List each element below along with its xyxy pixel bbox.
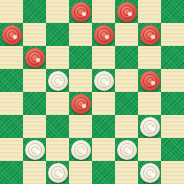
square-4[interactable] (161, 0, 184, 23)
red-piece[interactable]: ⛂ (71, 94, 91, 114)
square-r4c6 (138, 92, 161, 115)
piece-highlight (36, 150, 40, 154)
piece-highlight (151, 127, 155, 131)
piece-highlight (36, 58, 40, 62)
square-30[interactable]: ⛀ (46, 161, 69, 184)
red-piece[interactable]: ⛂ (140, 71, 160, 91)
square-r5c5 (115, 115, 138, 138)
piece-highlight (82, 104, 86, 108)
square-r0c0 (0, 0, 23, 23)
square-29[interactable] (0, 161, 23, 184)
piece-highlight (82, 12, 86, 16)
red-piece[interactable]: ⛂ (117, 2, 137, 22)
red-man-glyph: ⛂ (71, 94, 91, 114)
piece-highlight (128, 150, 132, 154)
checkers-board: ⛂⛂⛂⛂⛂⛂⛀⛀⛂⛂⛀⛀⛀⛀⛀⛀ (0, 0, 184, 184)
square-14[interactable]: ⛀ (46, 69, 69, 92)
square-r3c1 (23, 69, 46, 92)
square-r7c7 (161, 161, 184, 184)
square-7[interactable]: ⛂ (92, 23, 115, 46)
square-r0c4 (92, 0, 115, 23)
red-man-glyph: ⛂ (94, 25, 114, 45)
square-1[interactable] (23, 0, 46, 23)
white-piece[interactable]: ⛀ (48, 71, 68, 91)
white-man-glyph: ⛀ (117, 140, 137, 160)
white-piece[interactable]: ⛀ (94, 71, 114, 91)
square-r0c2 (46, 0, 69, 23)
white-man-glyph: ⛀ (140, 163, 160, 183)
square-r6c4 (92, 138, 115, 161)
red-man-glyph: ⛂ (140, 25, 160, 45)
square-r4c4 (92, 92, 115, 115)
square-r2c2 (46, 46, 69, 69)
red-man-glyph: ⛂ (71, 2, 91, 22)
red-piece[interactable]: ⛂ (140, 25, 160, 45)
piece-highlight (13, 35, 17, 39)
square-r7c3 (69, 161, 92, 184)
square-r5c7 (161, 115, 184, 138)
square-12[interactable] (161, 46, 184, 69)
square-r5c3 (69, 115, 92, 138)
square-8[interactable]: ⛂ (138, 23, 161, 46)
square-24[interactable]: ⛀ (138, 115, 161, 138)
square-r7c1 (23, 161, 46, 184)
square-21[interactable] (0, 115, 23, 138)
square-16[interactable]: ⛂ (138, 69, 161, 92)
square-15[interactable]: ⛀ (92, 69, 115, 92)
red-piece[interactable]: ⛂ (71, 2, 91, 22)
white-piece[interactable]: ⛀ (25, 140, 45, 160)
white-piece[interactable]: ⛀ (140, 117, 160, 137)
square-r1c7 (161, 23, 184, 46)
white-man-glyph: ⛀ (94, 71, 114, 91)
square-20[interactable] (161, 92, 184, 115)
square-r2c0 (0, 46, 23, 69)
piece-highlight (82, 150, 86, 154)
square-r3c5 (115, 69, 138, 92)
square-22[interactable] (46, 115, 69, 138)
square-5[interactable]: ⛂ (0, 23, 23, 46)
square-26[interactable]: ⛀ (69, 138, 92, 161)
piece-highlight (151, 35, 155, 39)
red-piece[interactable]: ⛂ (94, 25, 114, 45)
square-2[interactable]: ⛂ (69, 0, 92, 23)
red-man-glyph: ⛂ (140, 71, 160, 91)
white-man-glyph: ⛀ (140, 117, 160, 137)
square-23[interactable] (92, 115, 115, 138)
square-18[interactable]: ⛂ (69, 92, 92, 115)
red-man-glyph: ⛂ (25, 48, 45, 68)
red-piece[interactable]: ⛂ (25, 48, 45, 68)
square-31[interactable] (92, 161, 115, 184)
square-r2c4 (92, 46, 115, 69)
square-10[interactable] (69, 46, 92, 69)
square-19[interactable] (115, 92, 138, 115)
red-piece[interactable]: ⛂ (2, 25, 22, 45)
square-r1c1 (23, 23, 46, 46)
square-r4c0 (0, 92, 23, 115)
red-man-glyph: ⛂ (2, 25, 22, 45)
square-13[interactable] (0, 69, 23, 92)
piece-highlight (105, 81, 109, 85)
square-r1c3 (69, 23, 92, 46)
piece-highlight (151, 81, 155, 85)
white-man-glyph: ⛀ (25, 140, 45, 160)
square-r3c7 (161, 69, 184, 92)
white-man-glyph: ⛀ (48, 163, 68, 183)
piece-highlight (105, 35, 109, 39)
piece-highlight (128, 12, 132, 16)
piece-highlight (59, 81, 63, 85)
white-piece[interactable]: ⛀ (71, 140, 91, 160)
square-r3c3 (69, 69, 92, 92)
square-11[interactable] (115, 46, 138, 69)
square-17[interactable] (23, 92, 46, 115)
square-9[interactable]: ⛂ (23, 46, 46, 69)
square-28[interactable] (161, 138, 184, 161)
white-piece[interactable]: ⛀ (117, 140, 137, 160)
square-6[interactable] (46, 23, 69, 46)
square-25[interactable]: ⛀ (23, 138, 46, 161)
piece-highlight (59, 173, 63, 177)
square-r6c0 (0, 138, 23, 161)
square-32[interactable]: ⛀ (138, 161, 161, 184)
square-r2c6 (138, 46, 161, 69)
white-man-glyph: ⛀ (71, 140, 91, 160)
square-r1c5 (115, 23, 138, 46)
square-r0c6 (138, 0, 161, 23)
red-man-glyph: ⛂ (117, 2, 137, 22)
square-r4c2 (46, 92, 69, 115)
square-r5c1 (23, 115, 46, 138)
white-piece[interactable]: ⛀ (140, 163, 160, 183)
square-27[interactable]: ⛀ (115, 138, 138, 161)
white-piece[interactable]: ⛀ (48, 163, 68, 183)
piece-highlight (151, 173, 155, 177)
square-3[interactable]: ⛂ (115, 0, 138, 23)
white-man-glyph: ⛀ (48, 71, 68, 91)
square-r6c2 (46, 138, 69, 161)
square-r6c6 (138, 138, 161, 161)
square-r7c5 (115, 161, 138, 184)
